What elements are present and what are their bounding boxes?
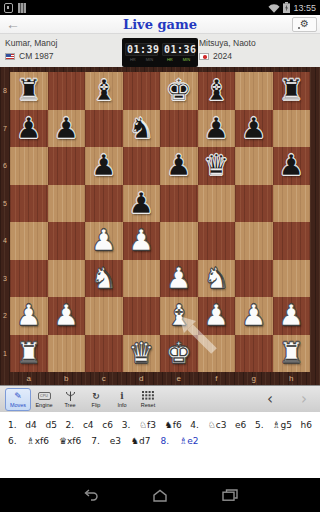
square-e1[interactable]: ♚ [160,335,198,373]
moves-button-label: Moves [10,402,26,408]
square-b6[interactable] [48,147,86,185]
pencil-icon: ✎ [14,391,22,401]
white-hr-label: HR [130,57,136,62]
move-token[interactable]: 1. [8,420,17,430]
square-b1[interactable] [48,335,86,373]
rank-label-5: 5 [0,185,10,223]
file-label-d: d [123,372,161,385]
file-label-c: c [85,372,123,385]
black-clock: 01:36 HR MIN [162,43,195,62]
white-pawn: ♟ [53,301,79,330]
move-token[interactable]: 4. [190,420,199,430]
info-button-label: Info [117,402,126,408]
black-king: ♚ [166,76,192,105]
players-bar: Kumar, Manoj CM 1987 01:39 HR MIN 01:36 … [0,34,320,67]
united-states-flag-icon [5,53,15,60]
file-label-b: b [48,372,86,385]
black-hr-label: HR [167,57,173,62]
move-token[interactable]: 8. [161,436,170,446]
square-e6[interactable]: ♟ [160,147,198,185]
nav-back-icon [82,489,98,501]
reset-button-label: Reset [141,402,155,408]
black-rook: ♜ [16,76,42,105]
square-d8[interactable] [123,72,161,110]
notification-icon [4,3,13,13]
white-pawn: ♟ [91,226,117,255]
black-pawn: ♟ [91,151,117,180]
android-navbar [0,478,320,512]
nav-recents-icon [222,489,238,501]
move-token[interactable]: c4 [83,420,94,430]
black-pawn: ♟ [53,114,79,143]
square-g5[interactable] [235,185,273,223]
black-player-name: Mitsuya, Naoto [199,38,256,48]
rank-label-4: 4 [0,222,10,260]
white-player-rating: CM 1987 [19,51,54,61]
square-g7[interactable]: ♟ [235,110,273,148]
japan-flag-icon [199,53,209,60]
black-pawn: ♟ [278,151,304,180]
rank-label-2: 2 [0,297,10,335]
white-pawn: ♟ [241,301,267,330]
move-row: 6.♗xf6♛xf67.e3♞d78.♗e2 [8,433,312,449]
storage-icon [18,3,26,13]
tree-button[interactable]: Tree [57,388,83,411]
move-token[interactable]: 3. [122,420,131,430]
move-list: 1.d4d52.c4c63.♘f3♞f64.♘c3e65.♗g5h6 6.♗xf… [0,412,320,478]
rank-label-1: 1 [0,335,10,373]
square-c2[interactable] [85,297,123,335]
square-g3[interactable] [235,260,273,298]
white-clock: 01:39 HR MIN [125,43,158,62]
white-king: ♚ [166,339,192,368]
app-header: ← Live game ⚙ [0,15,320,34]
square-a8[interactable]: ♜ [10,72,48,110]
white-pawn: ♟ [278,301,304,330]
square-b5[interactable] [48,185,86,223]
black-pawn: ♟ [166,151,192,180]
move-token[interactable]: ♗e2 [179,436,198,446]
square-f3[interactable]: ♞ [198,260,236,298]
square-e4[interactable] [160,222,198,260]
square-a5[interactable] [10,185,48,223]
square-h3[interactable] [273,260,311,298]
square-g1[interactable] [235,335,273,373]
move-token[interactable]: ♗g5 [272,420,292,430]
white-bishop: ♝ [166,301,192,330]
square-c8[interactable]: ♝ [85,72,123,110]
move-token[interactable]: 2. [66,420,75,430]
white-queen: ♛ [128,339,154,368]
chess-board: ♜♝♚♝♜♟♟♞♟♟♟♟♛♟♟♟♟♞♟♞♟♟♝♟♟♟♜♛♚♜ 87654321 … [0,67,320,385]
square-a4[interactable] [10,222,48,260]
engine-button[interactable]: CPU Engine [31,388,57,411]
file-label-e: e [160,372,198,385]
white-pawn: ♟ [128,226,154,255]
square-e2[interactable]: ♝ [160,297,198,335]
square-b2[interactable]: ♟ [48,297,86,335]
clock-panel: 01:39 HR MIN 01:36 HR MIN [122,38,198,67]
square-g8[interactable] [235,72,273,110]
square-c1[interactable] [85,335,123,373]
square-f5[interactable] [198,185,236,223]
move-token[interactable]: e6 [235,420,246,430]
chess-app: 13:55 ← Live game ⚙ Kumar, Manoj CM 1987… [0,0,320,512]
square-h4[interactable] [273,222,311,260]
move-token[interactable]: 7. [91,436,100,446]
gear-icon: ⚙ [300,19,309,29]
black-player-rating: 2024 [213,51,232,61]
square-a2[interactable]: ♟ [10,297,48,335]
square-e8[interactable]: ♚ [160,72,198,110]
square-h5[interactable] [273,185,311,223]
square-a1[interactable]: ♜ [10,335,48,373]
move-token[interactable]: d4 [25,420,36,430]
info-icon: i [120,391,123,401]
black-pawn: ♟ [203,114,229,143]
square-c6[interactable]: ♟ [85,147,123,185]
black-bishop: ♝ [203,76,229,105]
move-token[interactable]: 6. [8,436,17,446]
move-token[interactable]: ♞f6 [165,420,182,430]
file-label-g: g [235,372,273,385]
square-c3[interactable]: ♞ [85,260,123,298]
square-c7[interactable] [85,110,123,148]
black-rook: ♜ [278,76,304,105]
flip-button-label: Flip [92,402,101,408]
black-pawn: ♟ [241,114,267,143]
rank-label-3: 3 [0,260,10,298]
move-token[interactable]: d5 [45,420,56,430]
white-knight: ♞ [203,264,229,293]
move-token[interactable]: ♞d7 [131,436,151,446]
settings-button[interactable]: ⚙ [292,17,317,32]
move-token[interactable]: h6 [301,420,312,430]
square-g4[interactable] [235,222,273,260]
square-h1[interactable]: ♜ [273,335,311,373]
black-player: Mitsuya, Naoto 2024 [199,38,256,61]
nav-recents-button[interactable] [221,488,239,502]
square-b4[interactable] [48,222,86,260]
square-d2[interactable] [123,297,161,335]
black-clock-time: 01:36 [162,43,195,56]
white-player-name: Kumar, Manoj [5,38,57,48]
info-button[interactable]: i Info [109,388,135,411]
square-c5[interactable] [85,185,123,223]
toolbar: ✎ Moves CPU Engine Tree ↻ Flip i Info [0,385,320,412]
prev-move-button[interactable]: ‹ [265,392,275,407]
reset-icon [142,391,154,401]
move-token[interactable]: ♗xf6 [27,436,49,446]
square-d6[interactable] [123,147,161,185]
square-d3[interactable] [123,260,161,298]
white-knight: ♞ [91,264,117,293]
square-c4[interactable]: ♟ [85,222,123,260]
flip-button[interactable]: ↻ Flip [83,388,109,411]
rank-label-8: 8 [0,72,10,110]
square-d7[interactable]: ♞ [123,110,161,148]
white-pawn: ♟ [166,264,192,293]
square-h7[interactable] [273,110,311,148]
engine-button-label: Engine [35,402,52,408]
square-d1[interactable]: ♛ [123,335,161,373]
square-e3[interactable]: ♟ [160,260,198,298]
square-d4[interactable]: ♟ [123,222,161,260]
flip-icon: ↻ [92,391,100,401]
moves-button[interactable]: ✎ Moves [5,388,31,411]
file-label-a: a [10,372,48,385]
tree-button-label: Tree [64,402,75,408]
white-clock-time: 01:39 [125,43,158,56]
square-f8[interactable]: ♝ [198,72,236,110]
square-b8[interactable] [48,72,86,110]
file-label-h: h [273,372,311,385]
black-min-label: MIN [183,57,190,62]
square-f4[interactable] [198,222,236,260]
move-token[interactable]: ♛xf6 [59,436,81,446]
nav-home-icon [152,489,168,502]
white-player: Kumar, Manoj CM 1987 [5,38,57,61]
rank-label-7: 7 [0,110,10,148]
square-a6[interactable] [10,147,48,185]
status-clock: 13:55 [293,3,316,13]
square-e7[interactable] [160,110,198,148]
move-token[interactable]: ♘c3 [208,420,227,430]
move-token[interactable]: e3 [110,436,121,446]
square-f2[interactable]: ♟ [198,297,236,335]
square-h6[interactable]: ♟ [273,147,311,185]
square-e5[interactable] [160,185,198,223]
move-row: 1.d4d52.c4c63.♘f3♞f64.♘c3e65.♗g5h6 [8,417,312,433]
black-bishop: ♝ [91,76,117,105]
square-f6[interactable]: ♛ [198,147,236,185]
white-pawn: ♟ [203,301,229,330]
cpu-icon: CPU [38,392,51,400]
square-h2[interactable]: ♟ [273,297,311,335]
square-h8[interactable]: ♜ [273,72,311,110]
white-pawn: ♟ [16,301,42,330]
square-a7[interactable]: ♟ [10,110,48,148]
square-b7[interactable]: ♟ [48,110,86,148]
square-g6[interactable] [235,147,273,185]
square-f1[interactable] [198,335,236,373]
black-queen: ♛ [203,151,229,180]
board-squares: ♜♝♚♝♜♟♟♞♟♟♟♟♛♟♟♟♟♞♟♞♟♟♝♟♟♟♜♛♚♜ [10,72,310,372]
file-label-f: f [198,372,236,385]
white-rook: ♜ [278,339,304,368]
square-g2[interactable]: ♟ [235,297,273,335]
black-knight: ♞ [128,114,154,143]
next-move-button[interactable]: › [299,392,309,407]
move-token[interactable]: 5. [255,420,264,430]
nav-home-button[interactable] [151,488,169,502]
square-f7[interactable]: ♟ [198,110,236,148]
move-token[interactable]: c6 [102,420,113,430]
page-title: Live game [0,17,320,32]
white-min-label: MIN [146,57,153,62]
square-a3[interactable] [10,260,48,298]
rank-label-6: 6 [0,147,10,185]
nav-back-button[interactable] [81,488,99,502]
white-rook: ♜ [16,339,42,368]
black-pawn: ♟ [128,189,154,218]
reset-button[interactable]: Reset [135,388,161,411]
gear-small-dot [298,27,300,29]
square-d5[interactable]: ♟ [123,185,161,223]
tree-icon [65,391,76,401]
move-token[interactable]: ♘f3 [139,420,156,430]
status-bar: 13:55 [0,0,320,15]
square-b3[interactable] [48,260,86,298]
black-pawn: ♟ [16,114,42,143]
